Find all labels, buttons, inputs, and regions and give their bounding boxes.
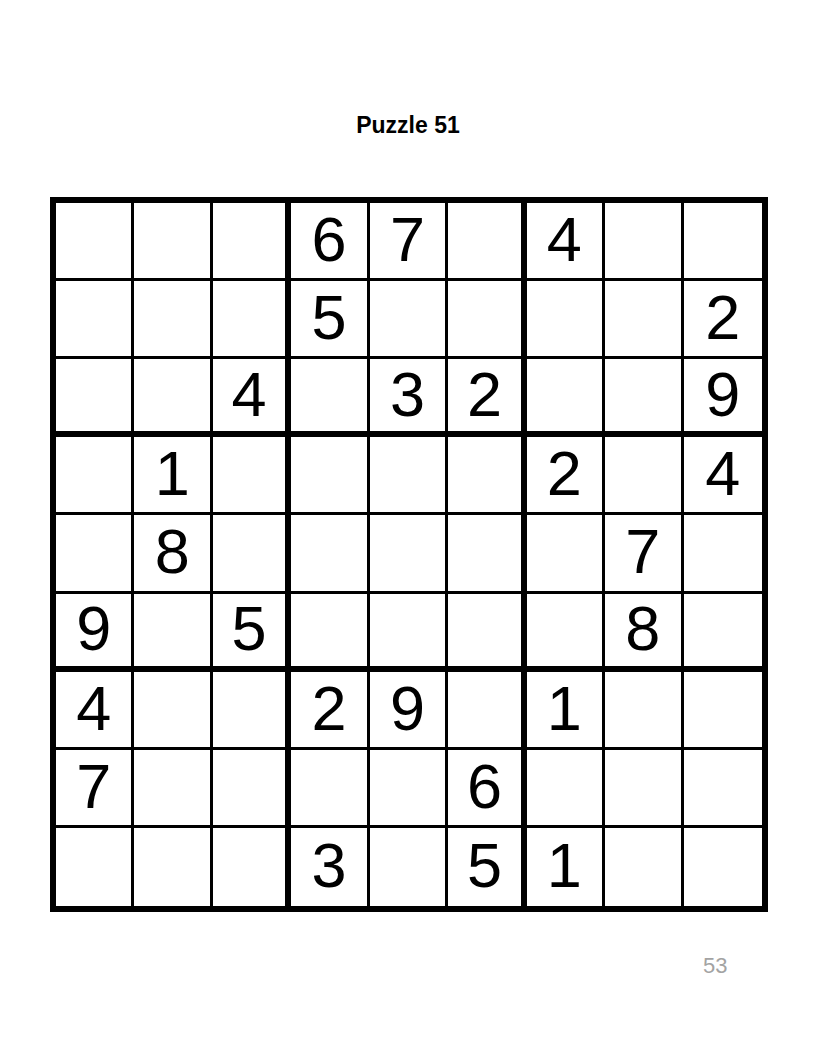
given-digit: 1 [155, 442, 190, 505]
cell-r2c5 [370, 281, 448, 359]
cell-r6c7 [527, 594, 605, 672]
cell-r4c5 [370, 437, 448, 515]
given-digit: 3 [390, 363, 425, 426]
given-digit: 4 [705, 442, 740, 505]
given-digit: 7 [625, 520, 660, 583]
sudoku-board: 67452432912487958429176351 [50, 197, 768, 912]
cell-r9c1 [56, 828, 134, 906]
cell-r1c3 [213, 203, 291, 281]
cell-r7c2 [134, 672, 212, 750]
given-digit: 4 [547, 208, 582, 271]
given-digit: 2 [547, 442, 582, 505]
cell-r9c7: 1 [527, 828, 605, 906]
cell-r1c6 [448, 203, 526, 281]
cell-r8c1: 7 [56, 750, 134, 828]
cell-r6c2 [134, 594, 212, 672]
cell-r1c5: 7 [370, 203, 448, 281]
given-digit: 1 [547, 834, 582, 897]
cell-r9c8 [605, 828, 683, 906]
cell-r9c9 [684, 828, 762, 906]
puzzle-page: Puzzle 51 67452432912487958429176351 53 [0, 0, 816, 1056]
cell-r4c6 [448, 437, 526, 515]
cell-r6c8: 8 [605, 594, 683, 672]
cell-r3c5: 3 [370, 359, 448, 437]
given-digit: 2 [467, 363, 502, 426]
cell-r5c3 [213, 515, 291, 593]
cell-r1c9 [684, 203, 762, 281]
cell-r2c9: 2 [684, 281, 762, 359]
given-digit: 3 [312, 834, 347, 897]
cell-r1c1 [56, 203, 134, 281]
cell-r7c8 [605, 672, 683, 750]
given-digit: 2 [705, 286, 740, 349]
cell-r4c4 [291, 437, 369, 515]
cell-r3c7 [527, 359, 605, 437]
cell-r6c6 [448, 594, 526, 672]
cell-r2c2 [134, 281, 212, 359]
cell-r3c8 [605, 359, 683, 437]
cell-r2c7 [527, 281, 605, 359]
cell-r7c3 [213, 672, 291, 750]
cell-r6c5 [370, 594, 448, 672]
cell-r5c1 [56, 515, 134, 593]
cell-r5c8: 7 [605, 515, 683, 593]
cell-r8c6: 6 [448, 750, 526, 828]
cell-r9c2 [134, 828, 212, 906]
cell-r8c7 [527, 750, 605, 828]
cell-r1c7: 4 [527, 203, 605, 281]
cell-r7c1: 4 [56, 672, 134, 750]
cell-r3c9: 9 [684, 359, 762, 437]
cell-r1c8 [605, 203, 683, 281]
cell-r4c8 [605, 437, 683, 515]
cell-r9c3 [213, 828, 291, 906]
cell-r3c3: 4 [213, 359, 291, 437]
given-digit: 2 [312, 677, 347, 740]
cell-r5c5 [370, 515, 448, 593]
cell-r2c8 [605, 281, 683, 359]
given-digit: 6 [467, 755, 502, 818]
cell-r5c7 [527, 515, 605, 593]
cell-r3c2 [134, 359, 212, 437]
cell-r6c4 [291, 594, 369, 672]
given-digit: 9 [390, 677, 425, 740]
given-digit: 4 [232, 363, 267, 426]
cell-r2c1 [56, 281, 134, 359]
cell-r4c3 [213, 437, 291, 515]
given-digit: 9 [705, 363, 740, 426]
cell-r3c6: 2 [448, 359, 526, 437]
cell-r2c3 [213, 281, 291, 359]
cell-r8c4 [291, 750, 369, 828]
page-number: 53 [703, 953, 727, 979]
cell-r3c4 [291, 359, 369, 437]
cell-r9c5 [370, 828, 448, 906]
cell-r5c6 [448, 515, 526, 593]
given-digit: 8 [155, 520, 190, 583]
cell-r9c4: 3 [291, 828, 369, 906]
cell-r1c2 [134, 203, 212, 281]
cell-r4c9: 4 [684, 437, 762, 515]
cell-r8c8 [605, 750, 683, 828]
cell-r2c4: 5 [291, 281, 369, 359]
cell-r5c2: 8 [134, 515, 212, 593]
cell-r4c7: 2 [527, 437, 605, 515]
cell-r7c4: 2 [291, 672, 369, 750]
cell-r5c4 [291, 515, 369, 593]
cell-r3c1 [56, 359, 134, 437]
cell-r7c9 [684, 672, 762, 750]
cell-r7c6 [448, 672, 526, 750]
given-digit: 1 [547, 677, 582, 740]
cell-r8c9 [684, 750, 762, 828]
cell-r8c3 [213, 750, 291, 828]
given-digit: 5 [232, 597, 267, 660]
cell-r4c1 [56, 437, 134, 515]
cell-r4c2: 1 [134, 437, 212, 515]
given-digit: 8 [625, 597, 660, 660]
given-digit: 9 [76, 597, 111, 660]
given-digit: 7 [390, 208, 425, 271]
given-digit: 6 [312, 208, 347, 271]
given-digit: 4 [76, 677, 111, 740]
cell-r6c9 [684, 594, 762, 672]
puzzle-title: Puzzle 51 [0, 112, 816, 139]
cell-r1c4: 6 [291, 203, 369, 281]
cell-r6c1: 9 [56, 594, 134, 672]
given-digit: 5 [312, 286, 347, 349]
cell-r7c7: 1 [527, 672, 605, 750]
given-digit: 5 [467, 834, 502, 897]
cell-r8c2 [134, 750, 212, 828]
cell-r6c3: 5 [213, 594, 291, 672]
cell-r9c6: 5 [448, 828, 526, 906]
given-digit: 7 [76, 755, 111, 818]
cell-r2c6 [448, 281, 526, 359]
cell-r8c5 [370, 750, 448, 828]
cell-r5c9 [684, 515, 762, 593]
cell-r7c5: 9 [370, 672, 448, 750]
